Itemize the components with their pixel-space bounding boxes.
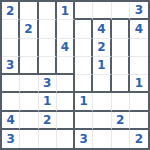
given-digit: 2 bbox=[97, 41, 105, 53]
given-digit: 3 bbox=[6, 132, 14, 144]
cell-r8c2[interactable] bbox=[20, 130, 38, 148]
cell-r8c4[interactable] bbox=[57, 130, 75, 148]
cell-r1c5[interactable] bbox=[75, 2, 93, 20]
given-digit: 2 bbox=[24, 22, 32, 34]
cell-r2c8[interactable]: 4 bbox=[130, 20, 148, 38]
cell-r7c5[interactable] bbox=[75, 112, 93, 130]
cell-r6c8[interactable] bbox=[130, 93, 148, 111]
given-digit: 3 bbox=[79, 132, 87, 144]
cell-r2c7[interactable] bbox=[112, 20, 130, 38]
cell-r2c3[interactable] bbox=[39, 20, 57, 38]
cell-r7c1[interactable]: 4 bbox=[2, 112, 20, 130]
cell-r5c6[interactable] bbox=[93, 75, 111, 93]
cell-r8c5[interactable]: 3 bbox=[75, 130, 93, 148]
given-digit: 2 bbox=[43, 113, 51, 125]
given-digit: 4 bbox=[135, 22, 143, 34]
cell-r5c2[interactable] bbox=[20, 75, 38, 93]
given-digit: 4 bbox=[6, 113, 14, 125]
cell-r6c6[interactable] bbox=[93, 93, 111, 111]
cell-r6c5[interactable]: 1 bbox=[75, 93, 93, 111]
given-digit: 4 bbox=[61, 41, 69, 53]
cell-r1c3[interactable] bbox=[39, 2, 57, 20]
cell-r3c6[interactable]: 2 bbox=[93, 39, 111, 57]
cell-r5c7[interactable] bbox=[112, 75, 130, 93]
given-digit: 4 bbox=[97, 22, 105, 34]
cell-r8c8[interactable]: 2 bbox=[130, 130, 148, 148]
cell-r1c2[interactable] bbox=[20, 2, 38, 20]
cell-r7c2[interactable] bbox=[20, 112, 38, 130]
cell-r2c1[interactable] bbox=[2, 20, 20, 38]
cell-r5c1[interactable] bbox=[2, 75, 20, 93]
cell-r7c6[interactable] bbox=[93, 112, 111, 130]
given-digit: 1 bbox=[79, 95, 87, 107]
cell-r4c4[interactable] bbox=[57, 57, 75, 75]
given-digit: 3 bbox=[135, 4, 143, 16]
cell-r2c6[interactable]: 4 bbox=[93, 20, 111, 38]
cell-r3c3[interactable] bbox=[39, 39, 57, 57]
cell-r3c4[interactable]: 4 bbox=[57, 39, 75, 57]
cell-r1c1[interactable]: 2 bbox=[2, 2, 20, 20]
cell-r7c3[interactable]: 2 bbox=[39, 112, 57, 130]
cell-r2c4[interactable] bbox=[57, 20, 75, 38]
cell-r4c8[interactable] bbox=[130, 57, 148, 75]
cell-r1c7[interactable] bbox=[112, 2, 130, 20]
cell-r1c8[interactable]: 3 bbox=[130, 2, 148, 20]
cell-r8c3[interactable] bbox=[39, 130, 57, 148]
cell-r8c7[interactable] bbox=[112, 130, 130, 148]
given-digit: 2 bbox=[6, 4, 14, 16]
cell-r3c7[interactable] bbox=[112, 39, 130, 57]
given-digit: 1 bbox=[61, 4, 69, 16]
cell-r7c8[interactable] bbox=[130, 112, 148, 130]
cell-r4c3[interactable] bbox=[39, 57, 57, 75]
cell-r8c6[interactable] bbox=[93, 130, 111, 148]
given-digit: 2 bbox=[116, 113, 124, 125]
cell-r5c4[interactable] bbox=[57, 75, 75, 93]
cell-r6c3[interactable]: 1 bbox=[39, 93, 57, 111]
cell-r1c4[interactable]: 1 bbox=[57, 2, 75, 20]
given-digit: 1 bbox=[43, 95, 51, 107]
given-digit: 1 bbox=[97, 59, 105, 71]
cell-r2c5[interactable] bbox=[75, 20, 93, 38]
cell-r2c2[interactable]: 2 bbox=[20, 20, 38, 38]
cell-r4c2[interactable] bbox=[20, 57, 38, 75]
cell-r6c2[interactable] bbox=[20, 93, 38, 111]
cell-r3c1[interactable] bbox=[2, 39, 20, 57]
cell-r6c7[interactable] bbox=[112, 93, 130, 111]
given-digit: 1 bbox=[135, 77, 143, 89]
given-digit: 3 bbox=[6, 58, 14, 70]
cell-r4c6[interactable]: 1 bbox=[93, 57, 111, 75]
cell-r3c5[interactable] bbox=[75, 39, 93, 57]
cell-r3c2[interactable] bbox=[20, 39, 38, 57]
cell-r1c6[interactable] bbox=[93, 2, 111, 20]
cell-r7c7[interactable]: 2 bbox=[112, 112, 130, 130]
puzzle-board: 21324442313111422332 bbox=[0, 0, 150, 150]
given-digit: 3 bbox=[43, 77, 51, 89]
cell-r6c4[interactable] bbox=[57, 93, 75, 111]
cell-r4c1[interactable]: 3 bbox=[2, 57, 20, 75]
cell-r3c8[interactable] bbox=[130, 39, 148, 57]
cell-r7c4[interactable] bbox=[57, 112, 75, 130]
cell-r5c8[interactable]: 1 bbox=[130, 75, 148, 93]
cell-r5c3[interactable]: 3 bbox=[39, 75, 57, 93]
cell-r8c1[interactable]: 3 bbox=[2, 130, 20, 148]
cell-r4c7[interactable] bbox=[112, 57, 130, 75]
cell-r5c5[interactable] bbox=[75, 75, 93, 93]
cell-r6c1[interactable] bbox=[2, 93, 20, 111]
given-digit: 2 bbox=[135, 132, 143, 144]
cell-r4c5[interactable] bbox=[75, 57, 93, 75]
